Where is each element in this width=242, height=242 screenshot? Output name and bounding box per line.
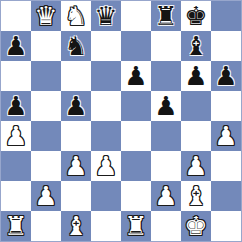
black-pawn: ♟	[4, 91, 27, 121]
square-f7[interactable]	[151, 31, 181, 61]
square-h7[interactable]	[211, 31, 241, 61]
square-f6[interactable]	[151, 61, 181, 91]
square-f4[interactable]	[151, 121, 181, 151]
chess-board[interactable]: ♛♞♛♜♚♟♞♝♟♟♟♟♟♟♟♟♟♟♟♟♟♝♜♝♜♚	[1, 1, 241, 241]
white-king: ♚	[184, 211, 207, 241]
square-d8[interactable]: ♛	[91, 1, 121, 31]
square-d1[interactable]	[91, 211, 121, 241]
square-b7[interactable]	[31, 31, 61, 61]
square-g6[interactable]: ♟	[181, 61, 211, 91]
square-c5[interactable]: ♟	[61, 91, 91, 121]
white-pawn: ♟	[154, 181, 177, 211]
square-b4[interactable]	[31, 121, 61, 151]
square-b6[interactable]	[31, 61, 61, 91]
square-e5[interactable]	[121, 91, 151, 121]
white-pawn: ♟	[184, 151, 207, 181]
square-e7[interactable]	[121, 31, 151, 61]
square-f3[interactable]	[151, 151, 181, 181]
square-e8[interactable]	[121, 1, 151, 31]
black-pawn: ♟	[64, 91, 87, 121]
square-b3[interactable]	[31, 151, 61, 181]
square-a8[interactable]	[1, 1, 31, 31]
square-c7[interactable]: ♞	[61, 31, 91, 61]
white-rook: ♜	[124, 211, 147, 241]
square-e4[interactable]	[121, 121, 151, 151]
black-pawn: ♟	[184, 61, 207, 91]
square-h6[interactable]: ♟	[211, 61, 241, 91]
square-c1[interactable]: ♝	[61, 211, 91, 241]
white-queen: ♛	[34, 1, 57, 31]
square-a4[interactable]: ♟	[1, 121, 31, 151]
square-c3[interactable]: ♟	[61, 151, 91, 181]
square-h8[interactable]	[211, 1, 241, 31]
square-b8[interactable]: ♛	[31, 1, 61, 31]
square-h5[interactable]	[211, 91, 241, 121]
square-e1[interactable]: ♜	[121, 211, 151, 241]
square-c4[interactable]	[61, 121, 91, 151]
black-pawn: ♟	[124, 61, 147, 91]
square-g5[interactable]	[181, 91, 211, 121]
black-king: ♚	[184, 1, 207, 31]
white-pawn: ♟	[214, 121, 237, 151]
square-d7[interactable]	[91, 31, 121, 61]
square-g2[interactable]: ♝	[181, 181, 211, 211]
square-h2[interactable]	[211, 181, 241, 211]
square-d6[interactable]	[91, 61, 121, 91]
white-knight: ♞	[64, 1, 87, 31]
black-rook: ♜	[154, 1, 177, 31]
square-g7[interactable]: ♝	[181, 31, 211, 61]
white-pawn: ♟	[34, 181, 57, 211]
square-a1[interactable]: ♜	[1, 211, 31, 241]
square-g3[interactable]: ♟	[181, 151, 211, 181]
black-queen: ♛	[94, 1, 117, 31]
square-f5[interactable]: ♟	[151, 91, 181, 121]
square-b5[interactable]	[31, 91, 61, 121]
black-pawn: ♟	[214, 61, 237, 91]
white-rook: ♜	[4, 211, 27, 241]
square-b1[interactable]	[31, 211, 61, 241]
square-a5[interactable]: ♟	[1, 91, 31, 121]
square-a6[interactable]	[1, 61, 31, 91]
square-g8[interactable]: ♚	[181, 1, 211, 31]
square-h3[interactable]	[211, 151, 241, 181]
square-h1[interactable]	[211, 211, 241, 241]
square-e2[interactable]	[121, 181, 151, 211]
square-c6[interactable]	[61, 61, 91, 91]
white-bishop: ♝	[64, 211, 87, 241]
black-pawn: ♟	[4, 31, 27, 61]
square-h4[interactable]: ♟	[211, 121, 241, 151]
white-bishop: ♝	[184, 181, 207, 211]
square-e6[interactable]: ♟	[121, 61, 151, 91]
black-pawn: ♟	[154, 91, 177, 121]
square-a7[interactable]: ♟	[1, 31, 31, 61]
square-d4[interactable]	[91, 121, 121, 151]
square-d2[interactable]	[91, 181, 121, 211]
square-g1[interactable]: ♚	[181, 211, 211, 241]
square-d3[interactable]: ♟	[91, 151, 121, 181]
square-g4[interactable]	[181, 121, 211, 151]
white-pawn: ♟	[4, 121, 27, 151]
square-f8[interactable]: ♜	[151, 1, 181, 31]
square-f2[interactable]: ♟	[151, 181, 181, 211]
white-pawn: ♟	[64, 151, 87, 181]
square-a2[interactable]	[1, 181, 31, 211]
square-e3[interactable]	[121, 151, 151, 181]
square-b2[interactable]: ♟	[31, 181, 61, 211]
square-c8[interactable]: ♞	[61, 1, 91, 31]
chess-board-frame: ♛♞♛♜♚♟♞♝♟♟♟♟♟♟♟♟♟♟♟♟♟♝♜♝♜♚	[0, 0, 242, 242]
square-a3[interactable]	[1, 151, 31, 181]
black-bishop: ♝	[184, 31, 207, 61]
square-c2[interactable]	[61, 181, 91, 211]
black-knight: ♞	[64, 31, 87, 61]
square-d5[interactable]	[91, 91, 121, 121]
square-f1[interactable]	[151, 211, 181, 241]
white-pawn: ♟	[94, 151, 117, 181]
